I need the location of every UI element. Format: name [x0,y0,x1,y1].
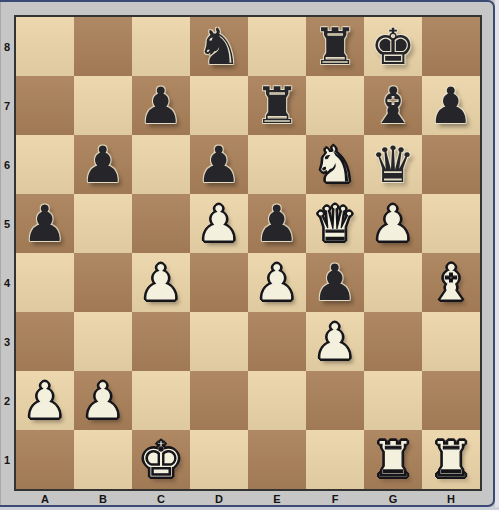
square-c5[interactable] [132,194,190,253]
square-e5[interactable]: ♟ [248,194,306,253]
black-king: ♚ [371,22,416,72]
square-c3[interactable] [132,312,190,371]
black-knight: ♞ [197,22,242,72]
square-e6[interactable] [248,135,306,194]
black-pawn: ♟ [23,199,68,249]
square-g2[interactable] [364,371,422,430]
square-a7[interactable] [16,76,74,135]
white-pawn: ♟ [371,199,416,249]
square-a5[interactable]: ♟ [16,194,74,253]
square-h5[interactable] [422,194,480,253]
frame-right-edge [495,0,499,510]
rank-label-3: 3 [0,312,14,371]
square-d8[interactable]: ♞ [190,17,248,76]
square-g3[interactable] [364,312,422,371]
square-g8[interactable]: ♚ [364,17,422,76]
square-g1[interactable]: ♜ [364,430,422,489]
white-pawn: ♟ [139,258,184,308]
rank-label-2: 2 [0,371,14,430]
square-e8[interactable] [248,17,306,76]
black-rook: ♜ [313,22,358,72]
square-f2[interactable] [306,371,364,430]
black-bishop: ♝ [371,81,416,131]
square-f3[interactable]: ♟ [306,312,364,371]
square-f6[interactable]: ♞ [306,135,364,194]
rank-labels: 8 7 6 5 4 3 2 1 [0,17,14,489]
white-pawn: ♟ [81,376,126,426]
white-pawn: ♟ [313,317,358,367]
black-pawn: ♟ [81,140,126,190]
square-c6[interactable] [132,135,190,194]
file-label-a: A [16,491,74,506]
white-rook: ♜ [371,435,416,485]
white-rook: ♜ [429,435,474,485]
square-a2[interactable]: ♟ [16,371,74,430]
square-d1[interactable] [190,430,248,489]
rank-label-4: 4 [0,253,14,312]
file-label-c: C [132,491,190,506]
square-b5[interactable] [74,194,132,253]
square-d7[interactable] [190,76,248,135]
square-c8[interactable] [132,17,190,76]
square-d3[interactable] [190,312,248,371]
square-b7[interactable] [74,76,132,135]
square-c1[interactable]: ♚ [132,430,190,489]
square-h7[interactable]: ♟ [422,76,480,135]
white-queen: ♛ [313,199,358,249]
square-a1[interactable] [16,430,74,489]
black-queen: ♛ [371,140,416,190]
square-e7[interactable]: ♜ [248,76,306,135]
square-h3[interactable] [422,312,480,371]
square-g7[interactable]: ♝ [364,76,422,135]
rank-label-8: 8 [0,17,14,76]
square-f5[interactable]: ♛ [306,194,364,253]
white-pawn: ♟ [23,376,68,426]
square-f8[interactable]: ♜ [306,17,364,76]
square-b4[interactable] [74,253,132,312]
file-label-g: G [364,491,422,506]
square-g6[interactable]: ♛ [364,135,422,194]
white-bishop: ♝ [429,258,474,308]
square-e1[interactable] [248,430,306,489]
file-label-e: E [248,491,306,506]
square-e2[interactable] [248,371,306,430]
white-knight: ♞ [313,140,358,190]
square-c4[interactable]: ♟ [132,253,190,312]
square-h4[interactable]: ♝ [422,253,480,312]
black-rook: ♜ [255,81,300,131]
rank-label-7: 7 [0,76,14,135]
square-b3[interactable] [74,312,132,371]
square-h2[interactable] [422,371,480,430]
file-label-b: B [74,491,132,506]
square-b1[interactable] [74,430,132,489]
rank-label-6: 6 [0,135,14,194]
square-a6[interactable] [16,135,74,194]
black-pawn: ♟ [429,81,474,131]
square-d6[interactable]: ♟ [190,135,248,194]
square-a8[interactable] [16,17,74,76]
square-b6[interactable]: ♟ [74,135,132,194]
black-pawn: ♟ [139,81,184,131]
square-a3[interactable] [16,312,74,371]
square-g4[interactable] [364,253,422,312]
square-f4[interactable]: ♟ [306,253,364,312]
square-g5[interactable]: ♟ [364,194,422,253]
square-c2[interactable] [132,371,190,430]
square-h1[interactable]: ♜ [422,430,480,489]
square-a4[interactable] [16,253,74,312]
square-e3[interactable] [248,312,306,371]
square-f7[interactable] [306,76,364,135]
black-pawn: ♟ [255,199,300,249]
square-d2[interactable] [190,371,248,430]
file-label-h: H [422,491,480,506]
rank-label-1: 1 [0,430,14,489]
square-d4[interactable] [190,253,248,312]
square-h6[interactable] [422,135,480,194]
white-pawn: ♟ [255,258,300,308]
rank-label-5: 5 [0,194,14,253]
white-king: ♚ [139,435,184,485]
square-b8[interactable] [74,17,132,76]
file-label-f: F [306,491,364,506]
square-f1[interactable] [306,430,364,489]
square-e4[interactable]: ♟ [248,253,306,312]
white-pawn: ♟ [197,199,242,249]
chess-diagram: 8 7 6 5 4 3 2 1 ♞♜♚♟♜♝♟♟♟♞♛♟♟♟♛♟♟♟♟♝♟♟♟♚… [0,0,499,510]
file-labels: A B C D E F G H [16,491,480,506]
square-d5[interactable]: ♟ [190,194,248,253]
square-b2[interactable]: ♟ [74,371,132,430]
black-pawn: ♟ [313,258,358,308]
chess-board: ♞♜♚♟♜♝♟♟♟♞♛♟♟♟♛♟♟♟♟♝♟♟♟♚♜♜ [14,15,482,491]
file-label-d: D [190,491,248,506]
square-h8[interactable] [422,17,480,76]
square-c7[interactable]: ♟ [132,76,190,135]
black-pawn: ♟ [197,140,242,190]
